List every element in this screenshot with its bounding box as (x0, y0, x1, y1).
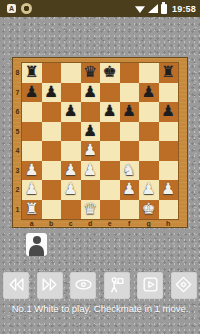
piece-white-p-d4: ♟ (83, 141, 97, 161)
square-e3[interactable] (100, 161, 120, 181)
square-b1[interactable] (42, 200, 62, 220)
square-c6[interactable]: ♟ (61, 102, 81, 122)
square-e6[interactable]: ♟ (100, 102, 120, 122)
square-a3[interactable]: ♟ (22, 161, 42, 181)
notification-a-badge: A (7, 4, 16, 13)
square-e7[interactable] (100, 83, 120, 103)
hint-button[interactable] (104, 272, 130, 299)
piece-white-p-c3: ♟ (64, 161, 78, 181)
piece-white-p-a2: ♟ (25, 180, 39, 200)
rewind-icon (7, 275, 26, 297)
eye-icon (74, 275, 93, 297)
piece-black-p-d7: ♟ (83, 83, 97, 103)
rewind-button[interactable] (3, 272, 29, 299)
forward-button[interactable] (37, 272, 63, 299)
square-d7[interactable]: ♟ (81, 83, 101, 103)
square-g2[interactable]: ♟ (139, 180, 159, 200)
square-h1[interactable] (159, 200, 179, 220)
square-c3[interactable]: ♟ (61, 161, 81, 181)
piece-black-q-d8: ♛ (83, 63, 97, 83)
square-f4[interactable] (120, 141, 140, 161)
white-player-avatar (26, 233, 47, 256)
square-h2[interactable]: ♟ (159, 180, 179, 200)
square-d6[interactable] (81, 102, 101, 122)
square-f5[interactable] (120, 122, 140, 142)
rank-labels: 87654321 (13, 63, 22, 219)
avatar-body-icon (29, 245, 44, 256)
square-d8[interactable]: ♛ (81, 63, 101, 83)
app-screen: A 19:58 87654321 abcdefgh ♜♛♚♜♟♟♟♟♟♟♟♟♟♟… (0, 0, 200, 334)
piece-white-p-d3: ♟ (83, 161, 97, 181)
square-a1[interactable]: ♜ (22, 200, 42, 220)
square-e4[interactable] (100, 141, 120, 161)
square-b4[interactable] (42, 141, 62, 161)
status-bar-left: A (0, 3, 135, 14)
square-c7[interactable] (61, 83, 81, 103)
piece-white-r-a1: ♜ (25, 200, 39, 220)
square-h3[interactable] (159, 161, 179, 181)
piece-white-p-a3: ♟ (25, 161, 39, 181)
square-b7[interactable]: ♟ (42, 83, 62, 103)
square-d2[interactable] (81, 180, 101, 200)
board-grid: ♜♛♚♜♟♟♟♟♟♟♟♟♟♟♟♟♟♞♟♟♟♟♟♜♛♚ (22, 63, 178, 219)
rank-label-1: 1 (13, 200, 22, 220)
square-h6[interactable]: ♟ (159, 102, 179, 122)
rank-label-2: 2 (13, 180, 22, 200)
piece-black-r-h8: ♜ (161, 63, 175, 83)
square-f3[interactable]: ♞ (120, 161, 140, 181)
piece-white-k-g1: ♚ (142, 200, 156, 220)
file-label-a: a (22, 219, 42, 228)
clock-time: 19:58 (172, 4, 196, 14)
rank-label-6: 6 (13, 102, 22, 122)
square-f8[interactable] (120, 63, 140, 83)
square-g5[interactable] (139, 122, 159, 142)
square-c5[interactable] (61, 122, 81, 142)
square-f6[interactable]: ♟ (120, 102, 140, 122)
play-button[interactable] (137, 272, 163, 299)
cell-signal-icon (148, 4, 158, 13)
square-f2[interactable]: ♟ (120, 180, 140, 200)
rank-label-5: 5 (13, 122, 22, 142)
square-c2[interactable]: ♟ (61, 180, 81, 200)
square-a5[interactable] (22, 122, 42, 142)
file-labels: abcdefgh (22, 219, 178, 228)
square-b5[interactable] (42, 122, 62, 142)
square-g7[interactable]: ♟ (139, 83, 159, 103)
piece-black-p-f6: ♟ (122, 102, 136, 122)
rank-label-3: 3 (13, 161, 22, 181)
piece-white-n-f3: ♞ (122, 161, 136, 181)
piece-black-p-e6: ♟ (103, 102, 117, 122)
square-e5[interactable] (100, 122, 120, 142)
status-bar: A 19:58 (0, 0, 200, 17)
square-f7[interactable] (120, 83, 140, 103)
rank-label-7: 7 (13, 83, 22, 103)
square-b6[interactable] (42, 102, 62, 122)
fast-forward-icon (40, 275, 59, 297)
square-g4[interactable] (139, 141, 159, 161)
puzzle-caption: No.1 White to play. Checkmate in 1 move. (0, 303, 200, 314)
square-g1[interactable]: ♚ (139, 200, 159, 220)
square-c4[interactable] (61, 141, 81, 161)
diamond-icon (174, 275, 193, 297)
square-a2[interactable]: ♟ (22, 180, 42, 200)
square-e1[interactable] (100, 200, 120, 220)
square-a6[interactable] (22, 102, 42, 122)
file-label-e: e (100, 219, 120, 228)
file-label-b: b (42, 219, 62, 228)
square-g6[interactable] (139, 102, 159, 122)
wifi-icon (135, 4, 145, 13)
piece-white-p-c2: ♟ (64, 180, 78, 200)
square-h4[interactable] (159, 141, 179, 161)
square-g8[interactable] (139, 63, 159, 83)
square-b2[interactable] (42, 180, 62, 200)
next-button[interactable] (171, 272, 197, 299)
square-a8[interactable]: ♜ (22, 63, 42, 83)
rank-label-4: 4 (13, 141, 22, 161)
file-label-f: f (120, 219, 140, 228)
piece-black-p-b7: ♟ (44, 83, 58, 103)
square-h5[interactable] (159, 122, 179, 142)
piece-white-q-d1: ♛ (83, 200, 97, 220)
rank-label-8: 8 (13, 63, 22, 83)
square-c8[interactable] (61, 63, 81, 83)
puzzle-toolbar (3, 272, 197, 299)
piece-black-k-e8: ♚ (103, 63, 117, 83)
square-b3[interactable] (42, 161, 62, 181)
square-g3[interactable] (139, 161, 159, 181)
piece-black-p-g7: ♟ (142, 83, 156, 103)
battery-icon (161, 4, 167, 14)
figure-icon (107, 275, 126, 297)
piece-black-p-a7: ♟ (25, 83, 39, 103)
piece-black-p-d5: ♟ (83, 122, 97, 142)
play-square-icon (141, 275, 160, 297)
piece-black-p-c6: ♟ (64, 102, 78, 122)
notification-circle-icon (21, 3, 32, 14)
piece-white-p-g2: ♟ (142, 180, 156, 200)
piece-black-p-h6: ♟ (161, 102, 175, 122)
piece-white-p-h2: ♟ (161, 180, 175, 200)
avatar-head-icon (33, 236, 41, 244)
piece-black-r-a8: ♜ (25, 63, 39, 83)
square-e2[interactable] (100, 180, 120, 200)
square-e8[interactable]: ♚ (100, 63, 120, 83)
status-bar-right: 19:58 (135, 4, 200, 14)
square-d1[interactable]: ♛ (81, 200, 101, 220)
piece-white-p-f2: ♟ (122, 180, 136, 200)
square-a4[interactable] (22, 141, 42, 161)
file-label-d: d (81, 219, 101, 228)
chess-board: 87654321 abcdefgh ♜♛♚♜♟♟♟♟♟♟♟♟♟♟♟♟♟♞♟♟♟♟… (12, 57, 188, 228)
file-label-c: c (61, 219, 81, 228)
square-b8[interactable] (42, 63, 62, 83)
square-a7[interactable]: ♟ (22, 83, 42, 103)
square-d5[interactable]: ♟ (81, 122, 101, 142)
square-h7[interactable] (159, 83, 179, 103)
square-d3[interactable]: ♟ (81, 161, 101, 181)
square-f1[interactable] (120, 200, 140, 220)
file-label-g: g (139, 219, 159, 228)
square-d4[interactable]: ♟ (81, 141, 101, 161)
square-c1[interactable] (61, 200, 81, 220)
square-h8[interactable]: ♜ (159, 63, 179, 83)
file-label-h: h (159, 219, 179, 228)
show-button[interactable] (70, 272, 96, 299)
